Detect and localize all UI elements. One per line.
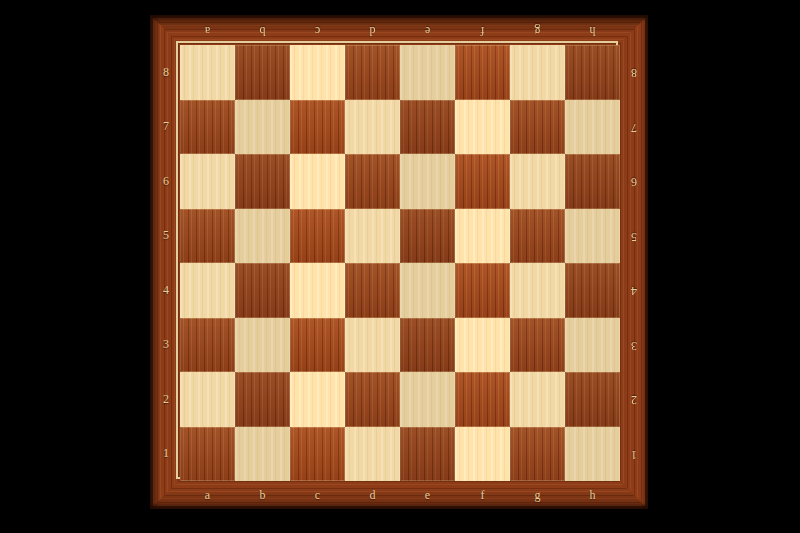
file-label-bottom-d: d: [345, 481, 400, 509]
square-f6[interactable]: [455, 154, 510, 209]
square-d8[interactable]: [345, 45, 400, 100]
square-g7[interactable]: [510, 100, 565, 155]
square-h6[interactable]: [565, 154, 620, 209]
square-b7[interactable]: [235, 100, 290, 155]
rank-label-left-8: 8: [152, 45, 180, 100]
chess-board: abcdefgh abcdefgh 87654321 87654321: [150, 15, 648, 509]
rank-label-left-5: 5: [152, 209, 180, 264]
square-a2[interactable]: [180, 372, 235, 427]
rank-label-left-6: 6: [152, 154, 180, 209]
rank-label-right-1: 1: [620, 427, 648, 482]
square-e5[interactable]: [400, 209, 455, 264]
file-labels-bottom: abcdefgh: [180, 481, 620, 509]
square-e8[interactable]: [400, 45, 455, 100]
square-b2[interactable]: [235, 372, 290, 427]
square-e4[interactable]: [400, 263, 455, 318]
file-label-bottom-b: b: [235, 481, 290, 509]
file-label-bottom-g: g: [510, 481, 565, 509]
square-d4[interactable]: [345, 263, 400, 318]
square-a8[interactable]: [180, 45, 235, 100]
square-f3[interactable]: [455, 318, 510, 373]
rank-label-right-7: 7: [620, 100, 648, 155]
square-g2[interactable]: [510, 372, 565, 427]
square-f8[interactable]: [455, 45, 510, 100]
file-label-top-f: f: [455, 16, 510, 45]
square-h4[interactable]: [565, 263, 620, 318]
square-d5[interactable]: [345, 209, 400, 264]
rank-label-left-4: 4: [152, 263, 180, 318]
square-c1[interactable]: [290, 427, 345, 482]
square-e3[interactable]: [400, 318, 455, 373]
square-c7[interactable]: [290, 100, 345, 155]
rank-label-left-2: 2: [152, 372, 180, 427]
square-h1[interactable]: [565, 427, 620, 482]
rank-labels-left: 87654321: [152, 45, 180, 481]
file-label-top-h: h: [565, 16, 620, 45]
square-c5[interactable]: [290, 209, 345, 264]
square-a6[interactable]: [180, 154, 235, 209]
file-label-top-b: b: [235, 16, 290, 45]
square-c8[interactable]: [290, 45, 345, 100]
square-g1[interactable]: [510, 427, 565, 482]
square-d7[interactable]: [345, 100, 400, 155]
square-d1[interactable]: [345, 427, 400, 482]
square-a3[interactable]: [180, 318, 235, 373]
square-b1[interactable]: [235, 427, 290, 482]
square-g4[interactable]: [510, 263, 565, 318]
square-d3[interactable]: [345, 318, 400, 373]
file-labels-top: abcdefgh: [180, 16, 620, 45]
square-c6[interactable]: [290, 154, 345, 209]
square-f2[interactable]: [455, 372, 510, 427]
board-grid: [180, 45, 620, 481]
rank-label-right-2: 2: [620, 372, 648, 427]
square-d2[interactable]: [345, 372, 400, 427]
file-label-top-d: d: [345, 16, 400, 45]
file-label-bottom-f: f: [455, 481, 510, 509]
square-e6[interactable]: [400, 154, 455, 209]
square-b5[interactable]: [235, 209, 290, 264]
square-f4[interactable]: [455, 263, 510, 318]
rank-label-right-6: 6: [620, 154, 648, 209]
square-h7[interactable]: [565, 100, 620, 155]
square-f7[interactable]: [455, 100, 510, 155]
square-g6[interactable]: [510, 154, 565, 209]
file-label-top-a: a: [180, 16, 235, 45]
square-b4[interactable]: [235, 263, 290, 318]
square-b3[interactable]: [235, 318, 290, 373]
file-label-top-e: e: [400, 16, 455, 45]
square-c4[interactable]: [290, 263, 345, 318]
square-f1[interactable]: [455, 427, 510, 482]
square-e7[interactable]: [400, 100, 455, 155]
rank-label-right-5: 5: [620, 209, 648, 264]
square-g8[interactable]: [510, 45, 565, 100]
square-h2[interactable]: [565, 372, 620, 427]
square-f5[interactable]: [455, 209, 510, 264]
scene: abcdefgh abcdefgh 87654321 87654321: [0, 0, 800, 533]
square-a5[interactable]: [180, 209, 235, 264]
square-g3[interactable]: [510, 318, 565, 373]
square-e1[interactable]: [400, 427, 455, 482]
rank-label-right-8: 8: [620, 45, 648, 100]
file-label-top-c: c: [290, 16, 345, 45]
square-c2[interactable]: [290, 372, 345, 427]
square-b8[interactable]: [235, 45, 290, 100]
file-label-bottom-h: h: [565, 481, 620, 509]
file-label-bottom-a: a: [180, 481, 235, 509]
file-label-bottom-c: c: [290, 481, 345, 509]
square-h8[interactable]: [565, 45, 620, 100]
rank-label-right-3: 3: [620, 318, 648, 373]
rank-label-left-7: 7: [152, 100, 180, 155]
square-e2[interactable]: [400, 372, 455, 427]
rank-label-left-1: 1: [152, 427, 180, 482]
square-g5[interactable]: [510, 209, 565, 264]
square-c3[interactable]: [290, 318, 345, 373]
file-label-top-g: g: [510, 16, 565, 45]
rank-label-right-4: 4: [620, 263, 648, 318]
file-label-bottom-e: e: [400, 481, 455, 509]
rank-label-left-3: 3: [152, 318, 180, 373]
square-b6[interactable]: [235, 154, 290, 209]
square-d6[interactable]: [345, 154, 400, 209]
rank-labels-right: 87654321: [620, 45, 648, 481]
square-h3[interactable]: [565, 318, 620, 373]
square-a7[interactable]: [180, 100, 235, 155]
square-h5[interactable]: [565, 209, 620, 264]
square-a4[interactable]: [180, 263, 235, 318]
square-a1[interactable]: [180, 427, 235, 482]
